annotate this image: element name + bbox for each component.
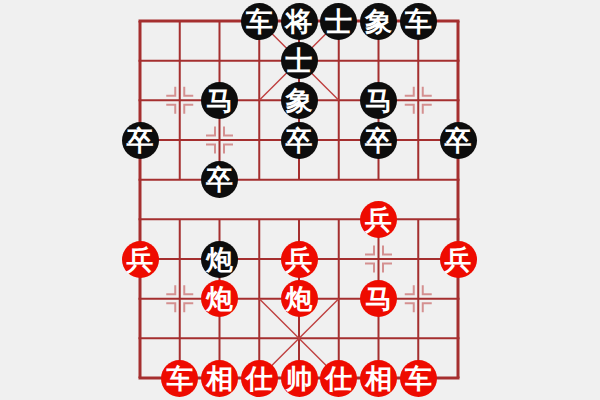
piece-black-elephant[interactable]: 象	[281, 82, 318, 119]
piece-black-soldier[interactable]: 卒	[360, 122, 397, 159]
piece-black-advisor[interactable]: 士	[320, 3, 357, 40]
piece-red-elephant[interactable]: 相	[360, 360, 397, 397]
piece-red-horse[interactable]: 马	[360, 280, 397, 317]
piece-black-soldier[interactable]: 卒	[281, 122, 318, 159]
piece-black-soldier[interactable]: 卒	[122, 122, 159, 159]
piece-red-cannon[interactable]: 炮	[201, 280, 238, 317]
piece-red-soldier[interactable]: 兵	[360, 201, 397, 238]
piece-black-general[interactable]: 将	[281, 3, 318, 40]
piece-black-advisor[interactable]: 士	[281, 42, 318, 79]
piece-red-soldier[interactable]: 兵	[440, 241, 477, 278]
piece-black-chariot[interactable]: 车	[400, 3, 437, 40]
piece-black-soldier[interactable]: 卒	[201, 161, 238, 198]
piece-black-chariot[interactable]: 车	[241, 3, 278, 40]
piece-red-soldier[interactable]: 兵	[281, 241, 318, 278]
pieces-layer: 车将士象车士马象马卒卒卒卒卒炮兵兵兵兵炮炮马车相仕帅仕相车	[0, 0, 600, 400]
piece-red-advisor[interactable]: 仕	[320, 360, 357, 397]
piece-red-advisor[interactable]: 仕	[241, 360, 278, 397]
piece-red-general[interactable]: 帅	[281, 360, 318, 397]
piece-red-elephant[interactable]: 相	[201, 360, 238, 397]
piece-black-horse[interactable]: 马	[201, 82, 238, 119]
xiangqi-board: 车将士象车士马象马卒卒卒卒卒炮兵兵兵兵炮炮马车相仕帅仕相车	[0, 0, 600, 400]
piece-red-cannon[interactable]: 炮	[281, 280, 318, 317]
piece-black-horse[interactable]: 马	[360, 82, 397, 119]
piece-black-elephant[interactable]: 象	[360, 3, 397, 40]
piece-red-chariot[interactable]: 车	[161, 360, 198, 397]
piece-black-cannon[interactable]: 炮	[201, 241, 238, 278]
piece-black-soldier[interactable]: 卒	[440, 122, 477, 159]
piece-red-chariot[interactable]: 车	[400, 360, 437, 397]
piece-red-soldier[interactable]: 兵	[122, 241, 159, 278]
